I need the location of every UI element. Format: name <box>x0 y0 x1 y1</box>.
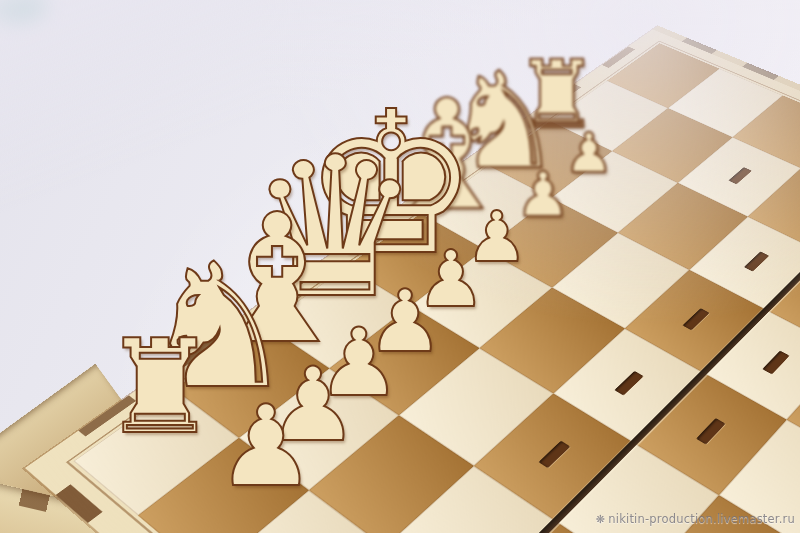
watermark-text: nikitin-production.livemaster.ru <box>608 512 795 526</box>
photo-frame: ♜♞♝♛♚♝♞♜♟♟♟♟♟♟♟♟ ❋nikitin-production.liv… <box>0 0 800 533</box>
piece-white-rook-a1[interactable]: ♜ <box>102 322 219 452</box>
piece-white-pawn-a2[interactable]: ♟ <box>216 390 316 502</box>
watermark: ❋nikitin-production.livemaster.ru <box>596 512 795 526</box>
pieces-layer: ♜♞♝♛♚♝♞♜♟♟♟♟♟♟♟♟ <box>0 0 800 533</box>
watermark-logo-icon: ❋ <box>596 513 605 526</box>
piece-white-pawn-h2[interactable]: ♟ <box>564 126 613 181</box>
